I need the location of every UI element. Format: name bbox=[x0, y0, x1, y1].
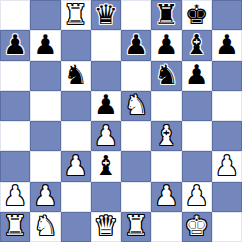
square-f4[interactable]: ♝ bbox=[151, 121, 181, 151]
square-h1[interactable] bbox=[212, 212, 242, 242]
square-c4[interactable] bbox=[61, 121, 91, 151]
square-a6[interactable] bbox=[0, 61, 30, 91]
square-g4[interactable] bbox=[182, 121, 212, 151]
square-b5[interactable] bbox=[30, 91, 60, 121]
piece-black-bishop: ♝ bbox=[94, 152, 118, 179]
square-e7[interactable]: ♟ bbox=[121, 30, 151, 60]
piece-black-pawn: ♟ bbox=[94, 91, 118, 118]
square-c5[interactable] bbox=[61, 91, 91, 121]
square-a3[interactable] bbox=[0, 151, 30, 181]
square-h3[interactable]: ♟ bbox=[212, 151, 242, 181]
square-d2[interactable] bbox=[91, 182, 121, 212]
piece-white-pawn: ♟ bbox=[3, 182, 27, 209]
square-e2[interactable] bbox=[121, 182, 151, 212]
piece-black-king: ♚ bbox=[185, 1, 209, 28]
piece-black-pawn: ♟ bbox=[3, 31, 27, 58]
square-e6[interactable] bbox=[121, 61, 151, 91]
piece-white-pawn: ♟ bbox=[185, 182, 209, 209]
square-f8[interactable]: ♜ bbox=[151, 0, 181, 30]
square-g2[interactable]: ♟ bbox=[182, 182, 212, 212]
chess-board: ♜♛♜♚♟♟♟♟♝♟♞♞♟♟♞♟♝♟♝♟♟♟♟♟♜♞♛♜♚ bbox=[0, 0, 242, 242]
square-b6[interactable] bbox=[30, 61, 60, 91]
chess-board-window: ♜♛♜♚♟♟♟♟♝♟♞♞♟♟♞♟♝♟♝♟♟♟♟♟♜♞♛♜♚ bbox=[0, 0, 242, 242]
square-c1[interactable] bbox=[61, 212, 91, 242]
square-e8[interactable] bbox=[121, 0, 151, 30]
square-h6[interactable] bbox=[212, 61, 242, 91]
square-a4[interactable] bbox=[0, 121, 30, 151]
square-a1[interactable]: ♜ bbox=[0, 212, 30, 242]
piece-white-pawn: ♟ bbox=[64, 152, 88, 179]
piece-white-rook: ♜ bbox=[3, 212, 27, 239]
square-g1[interactable]: ♚ bbox=[182, 212, 212, 242]
square-g8[interactable]: ♚ bbox=[182, 0, 212, 30]
piece-black-pawn: ♟ bbox=[215, 31, 239, 58]
square-d5[interactable]: ♟ bbox=[91, 91, 121, 121]
piece-black-pawn: ♟ bbox=[33, 31, 57, 58]
square-a5[interactable] bbox=[0, 91, 30, 121]
square-b3[interactable] bbox=[30, 151, 60, 181]
piece-black-pawn: ♟ bbox=[154, 31, 178, 58]
square-a7[interactable]: ♟ bbox=[0, 30, 30, 60]
square-e1[interactable]: ♜ bbox=[121, 212, 151, 242]
square-c7[interactable] bbox=[61, 30, 91, 60]
square-c2[interactable] bbox=[61, 182, 91, 212]
square-g6[interactable]: ♟ bbox=[182, 61, 212, 91]
square-h4[interactable] bbox=[212, 121, 242, 151]
square-f7[interactable]: ♟ bbox=[151, 30, 181, 60]
square-g5[interactable] bbox=[182, 91, 212, 121]
piece-white-rook: ♜ bbox=[64, 1, 88, 28]
square-f5[interactable] bbox=[151, 91, 181, 121]
square-h5[interactable] bbox=[212, 91, 242, 121]
square-d3[interactable]: ♝ bbox=[91, 151, 121, 181]
square-c3[interactable]: ♟ bbox=[61, 151, 91, 181]
square-c8[interactable]: ♜ bbox=[61, 0, 91, 30]
square-d1[interactable]: ♛ bbox=[91, 212, 121, 242]
piece-white-pawn: ♟ bbox=[33, 182, 57, 209]
square-d7[interactable] bbox=[91, 30, 121, 60]
piece-black-bishop: ♝ bbox=[185, 31, 209, 58]
piece-white-rook: ♜ bbox=[124, 212, 148, 239]
piece-white-bishop: ♝ bbox=[154, 122, 178, 149]
piece-black-pawn: ♟ bbox=[124, 31, 148, 58]
square-f6[interactable]: ♞ bbox=[151, 61, 181, 91]
square-d4[interactable]: ♟ bbox=[91, 121, 121, 151]
square-g3[interactable] bbox=[182, 151, 212, 181]
piece-black-knight: ♞ bbox=[154, 61, 178, 88]
square-b2[interactable]: ♟ bbox=[30, 182, 60, 212]
square-h8[interactable] bbox=[212, 0, 242, 30]
piece-black-rook: ♜ bbox=[154, 1, 178, 28]
square-e3[interactable] bbox=[121, 151, 151, 181]
square-b8[interactable] bbox=[30, 0, 60, 30]
square-a2[interactable]: ♟ bbox=[0, 182, 30, 212]
square-f2[interactable]: ♟ bbox=[151, 182, 181, 212]
piece-white-queen: ♛ bbox=[94, 212, 118, 239]
square-a8[interactable] bbox=[0, 0, 30, 30]
square-e5[interactable]: ♞ bbox=[121, 91, 151, 121]
piece-white-knight: ♞ bbox=[124, 91, 148, 118]
square-h7[interactable]: ♟ bbox=[212, 30, 242, 60]
square-g7[interactable]: ♝ bbox=[182, 30, 212, 60]
piece-white-pawn: ♟ bbox=[215, 152, 239, 179]
piece-white-knight: ♞ bbox=[33, 212, 57, 239]
square-b1[interactable]: ♞ bbox=[30, 212, 60, 242]
square-e4[interactable] bbox=[121, 121, 151, 151]
square-b4[interactable] bbox=[30, 121, 60, 151]
piece-black-queen: ♛ bbox=[94, 1, 118, 28]
piece-white-king: ♚ bbox=[185, 212, 209, 239]
piece-black-pawn: ♟ bbox=[185, 61, 209, 88]
square-b7[interactable]: ♟ bbox=[30, 30, 60, 60]
square-h2[interactable] bbox=[212, 182, 242, 212]
square-f1[interactable] bbox=[151, 212, 181, 242]
piece-white-pawn: ♟ bbox=[154, 182, 178, 209]
piece-white-pawn: ♟ bbox=[94, 122, 118, 149]
square-d8[interactable]: ♛ bbox=[91, 0, 121, 30]
square-d6[interactable] bbox=[91, 61, 121, 91]
square-f3[interactable] bbox=[151, 151, 181, 181]
piece-black-knight: ♞ bbox=[64, 61, 88, 88]
square-c6[interactable]: ♞ bbox=[61, 61, 91, 91]
